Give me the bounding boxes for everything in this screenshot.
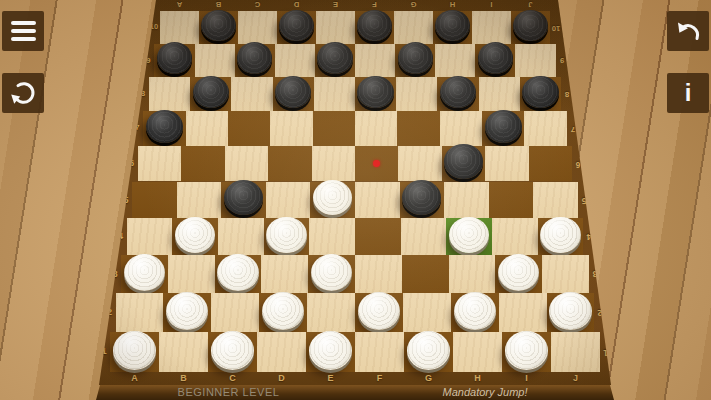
row-label-left-3: 3	[110, 255, 120, 293]
piece-white-B2[interactable]	[166, 292, 208, 330]
square-C5[interactable]	[221, 182, 266, 219]
square-B8[interactable]	[190, 77, 231, 111]
square-A3[interactable]	[121, 255, 168, 293]
square-G2	[403, 293, 451, 332]
piece-black-D10[interactable]	[279, 10, 313, 41]
square-H6[interactable]	[442, 146, 485, 182]
square-G10	[394, 11, 433, 44]
square-A7[interactable]	[143, 111, 185, 146]
col-label-near-H: H	[453, 372, 502, 385]
square-F2[interactable]	[355, 293, 403, 332]
piece-black-C5[interactable]	[224, 180, 263, 215]
piece-white-I1[interactable]	[505, 331, 548, 370]
square-J7	[524, 111, 566, 146]
row-label-left-10: 10	[149, 11, 159, 44]
square-C4	[218, 218, 264, 255]
square-E10	[316, 11, 355, 44]
square-B3	[168, 255, 215, 293]
piece-white-H2[interactable]	[454, 292, 496, 330]
row-label-left-5: 5	[121, 182, 131, 219]
square-B5	[177, 182, 222, 219]
piece-black-H6[interactable]	[444, 144, 482, 178]
piece-white-E1[interactable]	[309, 331, 352, 370]
row-label-left-8: 8	[138, 77, 148, 111]
col-label-near-C: C	[208, 372, 257, 385]
square-B1	[159, 332, 208, 372]
square-F4[interactable]	[355, 218, 401, 255]
square-I9[interactable]	[475, 44, 515, 77]
undo-button[interactable]	[667, 11, 709, 51]
square-A1[interactable]	[110, 332, 159, 372]
piece-white-H4[interactable]	[449, 217, 489, 253]
piece-black-A9[interactable]	[157, 42, 192, 74]
col-label-near-J: J	[551, 372, 600, 385]
col-label-near-I: I	[502, 372, 551, 385]
col-label-far-B: B	[199, 0, 238, 11]
row-label-right-3: 3	[590, 255, 600, 293]
square-D1	[257, 332, 306, 372]
row-label-left-1: 1	[99, 332, 109, 372]
square-H7	[440, 111, 482, 146]
col-label-far-A: A	[160, 0, 199, 11]
piece-black-H10[interactable]	[435, 10, 469, 41]
col-label-far-E: E	[316, 0, 355, 11]
piece-black-J8[interactable]	[522, 76, 558, 109]
piece-black-G9[interactable]	[398, 42, 433, 74]
square-H9	[435, 44, 475, 77]
square-J9	[515, 44, 555, 77]
square-D4[interactable]	[264, 218, 310, 255]
square-A10	[160, 11, 199, 44]
square-C2	[211, 293, 259, 332]
row-label-right-6: 6	[573, 146, 583, 182]
square-F5	[355, 182, 400, 219]
square-F6[interactable]	[355, 146, 398, 182]
col-label-near-A: A	[110, 372, 159, 385]
piece-white-D4[interactable]	[266, 217, 306, 253]
square-I10	[472, 11, 511, 44]
col-label-far-J: J	[511, 0, 550, 11]
square-J5	[533, 182, 578, 219]
col-label-near-E: E	[306, 372, 355, 385]
square-A4	[127, 218, 173, 255]
square-E3[interactable]	[308, 255, 355, 293]
piece-black-F8[interactable]	[357, 76, 393, 109]
col-label-far-C: C	[238, 0, 277, 11]
square-C7[interactable]	[228, 111, 270, 146]
square-E9[interactable]	[315, 44, 355, 77]
col-label-near-D: D	[257, 372, 306, 385]
piece-white-I3[interactable]	[498, 254, 539, 291]
piece-white-G1[interactable]	[407, 331, 450, 370]
square-C9[interactable]	[235, 44, 275, 77]
square-G5[interactable]	[400, 182, 445, 219]
square-G9[interactable]	[395, 44, 435, 77]
square-I4	[492, 218, 538, 255]
hamburger-icon	[11, 21, 36, 41]
square-I3[interactable]	[495, 255, 542, 293]
square-G8	[396, 77, 437, 111]
square-H4[interactable]	[446, 218, 492, 255]
row-label-left-9: 9	[143, 44, 153, 77]
square-E1[interactable]	[306, 332, 355, 372]
piece-black-J10[interactable]	[513, 10, 547, 41]
square-F7	[355, 111, 397, 146]
square-H1	[453, 332, 502, 372]
square-J10[interactable]	[511, 11, 550, 44]
piece-white-J4[interactable]	[540, 217, 580, 253]
piece-white-B4[interactable]	[175, 217, 215, 253]
piece-white-C3[interactable]	[217, 254, 258, 291]
piece-white-C1[interactable]	[211, 331, 254, 370]
square-B2[interactable]	[163, 293, 211, 332]
square-D7	[270, 111, 312, 146]
square-J1	[551, 332, 600, 372]
square-H3	[449, 255, 496, 293]
square-D3	[261, 255, 308, 293]
square-G6	[398, 146, 441, 182]
square-B4[interactable]	[172, 218, 218, 255]
row-label-right-1: 1	[601, 332, 611, 372]
square-E8	[314, 77, 355, 111]
square-I2	[499, 293, 547, 332]
piece-black-B10[interactable]	[201, 10, 235, 41]
square-D8[interactable]	[273, 77, 314, 111]
info-icon: i	[685, 81, 692, 105]
square-E7[interactable]	[313, 111, 355, 146]
row-label-right-9: 9	[557, 44, 567, 77]
square-G1[interactable]	[404, 332, 453, 372]
row-label-left-2: 2	[105, 293, 115, 332]
square-A9[interactable]	[154, 44, 194, 77]
row-label-right-10: 10	[551, 11, 561, 44]
square-I8	[479, 77, 520, 111]
piece-black-F10[interactable]	[357, 10, 391, 41]
square-I5[interactable]	[489, 182, 534, 219]
square-J3	[542, 255, 589, 293]
square-H2[interactable]	[451, 293, 499, 332]
square-I1[interactable]	[502, 332, 551, 372]
checkers-board: 1010998877665544332211AABBCCDDEEFFGGHHII…	[99, 0, 611, 385]
row-label-right-7: 7	[568, 111, 578, 146]
square-G3[interactable]	[402, 255, 449, 293]
square-J8[interactable]	[520, 77, 561, 111]
piece-black-A7[interactable]	[146, 110, 183, 144]
square-F10[interactable]	[355, 11, 394, 44]
row-label-right-8: 8	[562, 77, 572, 111]
piece-black-I9[interactable]	[478, 42, 513, 74]
jump-target-dot	[373, 160, 380, 167]
square-C3[interactable]	[215, 255, 262, 293]
piece-black-I7[interactable]	[485, 110, 522, 144]
col-label-near-F: F	[355, 372, 404, 385]
square-D9	[275, 44, 315, 77]
square-A2	[116, 293, 164, 332]
square-H10[interactable]	[433, 11, 472, 44]
piece-black-E9[interactable]	[317, 42, 352, 74]
col-label-far-H: H	[433, 0, 472, 11]
piece-white-D2[interactable]	[262, 292, 304, 330]
square-A8	[149, 77, 190, 111]
square-B10[interactable]	[199, 11, 238, 44]
undo-arrow-icon	[675, 18, 702, 45]
square-C1[interactable]	[208, 332, 257, 372]
square-F3	[355, 255, 402, 293]
square-E6	[312, 146, 355, 182]
square-J2[interactable]	[547, 293, 595, 332]
square-G7[interactable]	[397, 111, 439, 146]
piece-black-H8[interactable]	[440, 76, 476, 109]
piece-black-B8[interactable]	[193, 76, 229, 109]
row-label-right-4: 4	[584, 218, 594, 255]
piece-white-E5[interactable]	[313, 180, 352, 215]
col-label-near-B: B	[159, 372, 208, 385]
square-C8	[231, 77, 272, 111]
piece-white-F2[interactable]	[358, 292, 400, 330]
restart-button[interactable]	[2, 73, 44, 113]
square-A5[interactable]	[132, 182, 177, 219]
restart-rotate-icon	[10, 80, 37, 107]
row-label-right-2: 2	[595, 293, 605, 332]
square-B9	[195, 44, 235, 77]
square-C6	[225, 146, 268, 182]
square-D6[interactable]	[268, 146, 311, 182]
piece-white-J2[interactable]	[549, 292, 591, 330]
checkers-app-scene: 1010998877665544332211AABBCCDDEEFFGGHHII…	[0, 0, 711, 400]
square-E5[interactable]	[310, 182, 355, 219]
level-label: BEGINNER LEVEL	[156, 386, 301, 398]
col-label-far-D: D	[277, 0, 316, 11]
square-J4[interactable]	[538, 218, 584, 255]
col-label-far-I: I	[472, 0, 511, 11]
row-label-left-4: 4	[116, 218, 126, 255]
mandatory-jump-message: Mandatory Jump!	[414, 386, 556, 398]
square-B7	[186, 111, 228, 146]
square-C10	[238, 11, 277, 44]
menu-button[interactable]	[2, 11, 44, 51]
row-label-right-5: 5	[579, 182, 589, 219]
square-F1	[355, 332, 404, 372]
info-button[interactable]: i	[667, 73, 709, 113]
square-A6	[138, 146, 181, 182]
square-D5	[266, 182, 311, 219]
square-J6[interactable]	[529, 146, 572, 182]
square-E4	[309, 218, 355, 255]
square-G4	[401, 218, 447, 255]
piece-white-A1[interactable]	[113, 331, 156, 370]
square-F9	[355, 44, 395, 77]
square-E2	[307, 293, 355, 332]
square-I7[interactable]	[482, 111, 524, 146]
col-label-near-G: G	[404, 372, 453, 385]
row-label-left-7: 7	[132, 111, 142, 146]
piece-black-C9[interactable]	[237, 42, 272, 74]
square-F8[interactable]	[355, 77, 396, 111]
square-H8[interactable]	[437, 77, 478, 111]
piece-black-D8[interactable]	[275, 76, 311, 109]
square-B6[interactable]	[181, 146, 224, 182]
col-label-far-F: F	[355, 0, 394, 11]
square-D10[interactable]	[277, 11, 316, 44]
square-H5	[444, 182, 489, 219]
col-label-far-G: G	[394, 0, 433, 11]
row-label-left-6: 6	[127, 146, 137, 182]
piece-white-E3[interactable]	[311, 254, 352, 291]
square-I6	[485, 146, 528, 182]
board-front-edge: BEGINNER LEVEL Mandatory Jump!	[96, 385, 614, 400]
piece-black-G5[interactable]	[402, 180, 441, 215]
piece-white-A3[interactable]	[124, 254, 165, 291]
square-D2[interactable]	[259, 293, 307, 332]
